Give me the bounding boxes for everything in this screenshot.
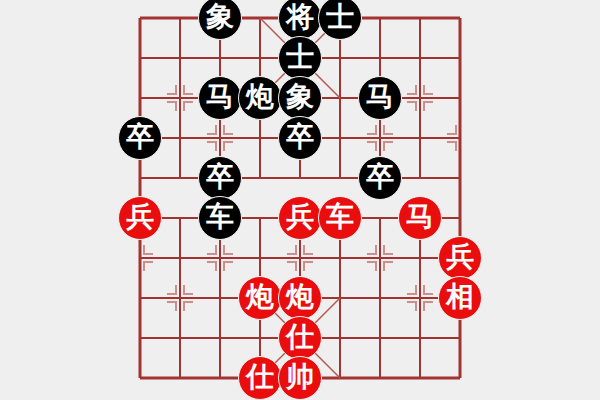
piece-glyph: 兵 <box>446 243 474 271</box>
piece-glyph: 马 <box>366 83 394 111</box>
piece-glyph: 象 <box>286 83 314 111</box>
piece-glyph: 象 <box>206 3 234 31</box>
piece-glyph: 卒 <box>366 163 394 191</box>
piece-glyph: 马 <box>206 83 234 111</box>
black-horse[interactable]: 马 <box>198 76 242 120</box>
pieces-layer: 象将士士马炮象马卒卒卒卒兵车兵车马兵炮炮相仕仕帅 <box>0 0 600 400</box>
piece-glyph: 炮 <box>246 283 274 311</box>
black-chariot[interactable]: 车 <box>198 196 242 240</box>
red-advisor[interactable]: 仕 <box>238 356 282 400</box>
red-general[interactable]: 帅 <box>278 356 322 400</box>
black-soldier[interactable]: 卒 <box>198 156 242 200</box>
piece-glyph: 马 <box>406 203 434 231</box>
piece-glyph: 兵 <box>126 203 154 231</box>
black-soldier[interactable]: 卒 <box>278 116 322 160</box>
black-soldier[interactable]: 卒 <box>358 156 402 200</box>
black-advisor[interactable]: 士 <box>318 0 362 40</box>
piece-glyph: 卒 <box>206 163 234 191</box>
piece-glyph: 将 <box>286 3 314 31</box>
piece-glyph: 仕 <box>246 363 274 391</box>
piece-glyph: 炮 <box>246 83 274 111</box>
piece-glyph: 车 <box>206 203 234 231</box>
black-elephant[interactable]: 象 <box>198 0 242 40</box>
piece-glyph: 仕 <box>286 323 314 351</box>
red-soldier[interactable]: 兵 <box>438 236 482 280</box>
piece-glyph: 士 <box>326 3 354 31</box>
black-advisor[interactable]: 士 <box>278 36 322 80</box>
piece-glyph: 卒 <box>286 123 314 151</box>
black-general[interactable]: 将 <box>278 0 322 40</box>
red-elephant[interactable]: 相 <box>438 276 482 320</box>
black-horse[interactable]: 马 <box>358 76 402 120</box>
piece-glyph: 兵 <box>286 203 314 231</box>
piece-glyph: 炮 <box>286 283 314 311</box>
red-cannon[interactable]: 炮 <box>278 276 322 320</box>
red-advisor[interactable]: 仕 <box>278 316 322 360</box>
red-soldier[interactable]: 兵 <box>278 196 322 240</box>
xiangqi-app-canvas: 象将士士马炮象马卒卒卒卒兵车兵车马兵炮炮相仕仕帅 <box>0 0 600 400</box>
piece-glyph: 士 <box>286 43 314 71</box>
piece-glyph: 帅 <box>286 363 314 391</box>
red-soldier[interactable]: 兵 <box>118 196 162 240</box>
red-chariot[interactable]: 车 <box>318 196 362 240</box>
piece-glyph: 车 <box>326 203 354 231</box>
black-cannon[interactable]: 炮 <box>238 76 282 120</box>
black-elephant[interactable]: 象 <box>278 76 322 120</box>
black-soldier[interactable]: 卒 <box>118 116 162 160</box>
red-horse[interactable]: 马 <box>398 196 442 240</box>
piece-glyph: 卒 <box>126 123 154 151</box>
piece-glyph: 相 <box>446 283 474 311</box>
red-cannon[interactable]: 炮 <box>238 276 282 320</box>
